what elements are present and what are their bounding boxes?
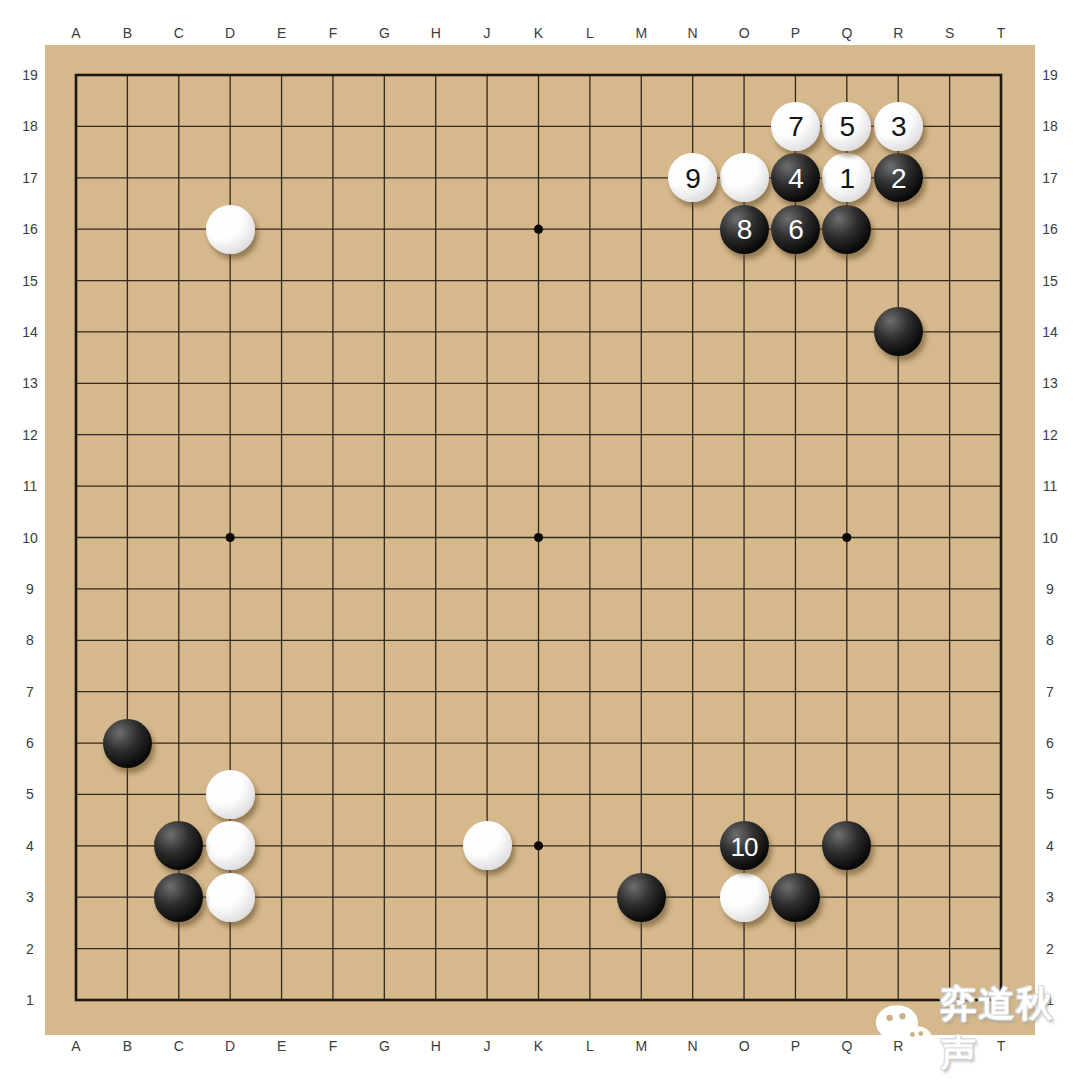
row-label-left-9: 9 <box>13 563 47 614</box>
move-number-label: 10 <box>731 834 758 860</box>
col-label-bottom-d: D <box>204 1037 255 1055</box>
col-label-top-s: S <box>924 24 975 42</box>
row-label-left-10: 10 <box>13 512 47 563</box>
col-label-top-t: T <box>975 24 1026 42</box>
go-diagram-page: ABCDEFGHJKLMNOPQRST ABCDEFGHJKLMNOPQRST … <box>0 0 1080 1080</box>
col-label-bottom-p: P <box>770 1037 821 1055</box>
move-number-label: 7 <box>788 113 803 141</box>
row-label-right-8: 8 <box>1033 615 1067 666</box>
stone-m3 <box>617 873 666 922</box>
col-label-top-p: P <box>770 24 821 42</box>
row-label-left-14: 14 <box>13 306 47 357</box>
col-label-bottom-f: F <box>307 1037 358 1055</box>
stone-q4 <box>822 821 871 870</box>
row-label-right-14: 14 <box>1033 306 1067 357</box>
row-label-right-12: 12 <box>1033 409 1067 460</box>
move-number-label: 8 <box>737 216 752 244</box>
row-label-right-11: 11 <box>1033 460 1067 511</box>
col-label-bottom-g: G <box>359 1037 410 1055</box>
watermark: 弈道秋声 <box>874 1000 1080 1058</box>
move-number-label: 3 <box>891 113 906 141</box>
row-label-right-16: 16 <box>1033 203 1067 254</box>
row-label-right-2: 2 <box>1033 923 1067 974</box>
col-label-bottom-j: J <box>461 1037 512 1055</box>
col-label-top-d: D <box>204 24 255 42</box>
move-number-label: 5 <box>840 113 855 141</box>
move-number-label: 9 <box>685 165 700 193</box>
col-label-top-q: Q <box>821 24 872 42</box>
row-label-left-6: 6 <box>13 717 47 768</box>
row-label-left-13: 13 <box>13 358 47 409</box>
row-label-left-3: 3 <box>13 872 47 923</box>
col-label-top-k: K <box>513 24 564 42</box>
stone-r14 <box>874 307 923 356</box>
stone-q16 <box>822 205 871 254</box>
move-number-label: 2 <box>891 165 906 193</box>
col-label-top-g: G <box>359 24 410 42</box>
stone-d16 <box>206 205 255 254</box>
row-label-right-17: 17 <box>1033 152 1067 203</box>
col-label-top-r: R <box>873 24 924 42</box>
move-10-stone-o4: 10 <box>720 821 769 870</box>
row-label-right-10: 10 <box>1033 512 1067 563</box>
col-label-top-a: A <box>50 24 101 42</box>
row-label-right-3: 3 <box>1033 872 1067 923</box>
row-label-left-12: 12 <box>13 409 47 460</box>
move-5-stone-q18: 5 <box>822 102 871 151</box>
stone-j4 <box>463 821 512 870</box>
move-number-label: 1 <box>840 165 855 193</box>
col-label-bottom-a: A <box>50 1037 101 1055</box>
move-9-stone-n17: 9 <box>668 153 717 202</box>
row-label-left-19: 19 <box>13 49 47 100</box>
col-label-top-n: N <box>667 24 718 42</box>
col-label-top-e: E <box>256 24 307 42</box>
row-label-left-16: 16 <box>13 203 47 254</box>
row-label-right-18: 18 <box>1033 101 1067 152</box>
row-label-right-7: 7 <box>1033 666 1067 717</box>
col-label-top-c: C <box>153 24 204 42</box>
row-label-left-4: 4 <box>13 820 47 871</box>
col-label-bottom-q: Q <box>821 1037 872 1055</box>
row-label-right-15: 15 <box>1033 255 1067 306</box>
row-labels-right: 19181716151413121110987654321 <box>1033 49 1067 1025</box>
move-7-stone-p18: 7 <box>771 102 820 151</box>
row-label-right-6: 6 <box>1033 717 1067 768</box>
col-label-bottom-o: O <box>718 1037 769 1055</box>
row-label-right-4: 4 <box>1033 820 1067 871</box>
stone-c3 <box>154 873 203 922</box>
col-label-top-m: M <box>616 24 667 42</box>
col-label-top-b: B <box>102 24 153 42</box>
col-label-bottom-b: B <box>102 1037 153 1055</box>
stone-c4 <box>154 821 203 870</box>
col-label-bottom-h: H <box>410 1037 461 1055</box>
row-labels-left: 19181716151413121110987654321 <box>13 49 47 1025</box>
col-label-bottom-c: C <box>153 1037 204 1055</box>
row-label-right-9: 9 <box>1033 563 1067 614</box>
row-label-left-18: 18 <box>13 101 47 152</box>
col-label-top-o: O <box>718 24 769 42</box>
move-6-stone-p16: 6 <box>771 205 820 254</box>
stone-o3 <box>720 873 769 922</box>
wechat-icon <box>874 1001 935 1057</box>
row-label-right-13: 13 <box>1033 358 1067 409</box>
row-label-left-5: 5 <box>13 769 47 820</box>
move-number-label: 6 <box>788 216 803 244</box>
stone-b6 <box>103 719 152 768</box>
stone-d3 <box>206 873 255 922</box>
row-label-left-7: 7 <box>13 666 47 717</box>
col-label-top-h: H <box>410 24 461 42</box>
move-1-stone-q17: 1 <box>822 153 871 202</box>
col-label-bottom-m: M <box>616 1037 667 1055</box>
col-label-bottom-e: E <box>256 1037 307 1055</box>
stones-layer: 12345678910 <box>50 49 1026 1025</box>
row-label-left-15: 15 <box>13 255 47 306</box>
row-label-right-5: 5 <box>1033 769 1067 820</box>
col-label-top-l: L <box>564 24 615 42</box>
move-8-stone-o16: 8 <box>720 205 769 254</box>
col-label-top-j: J <box>461 24 512 42</box>
move-2-stone-r17: 2 <box>874 153 923 202</box>
move-4-stone-p17: 4 <box>771 153 820 202</box>
col-label-bottom-l: L <box>564 1037 615 1055</box>
row-label-left-1: 1 <box>13 974 47 1025</box>
col-label-bottom-n: N <box>667 1037 718 1055</box>
watermark-text: 弈道秋声 <box>941 980 1080 1078</box>
col-label-top-f: F <box>307 24 358 42</box>
row-label-right-19: 19 <box>1033 49 1067 100</box>
move-number-label: 4 <box>788 165 803 193</box>
col-label-bottom-k: K <box>513 1037 564 1055</box>
stone-o17 <box>720 153 769 202</box>
row-label-left-11: 11 <box>13 460 47 511</box>
row-label-left-8: 8 <box>13 615 47 666</box>
stone-p3 <box>771 873 820 922</box>
column-labels-top: ABCDEFGHJKLMNOPQRST <box>50 24 1026 42</box>
move-3-stone-r18: 3 <box>874 102 923 151</box>
stone-d4 <box>206 821 255 870</box>
stone-d5 <box>206 770 255 819</box>
row-label-left-17: 17 <box>13 152 47 203</box>
row-label-left-2: 2 <box>13 923 47 974</box>
